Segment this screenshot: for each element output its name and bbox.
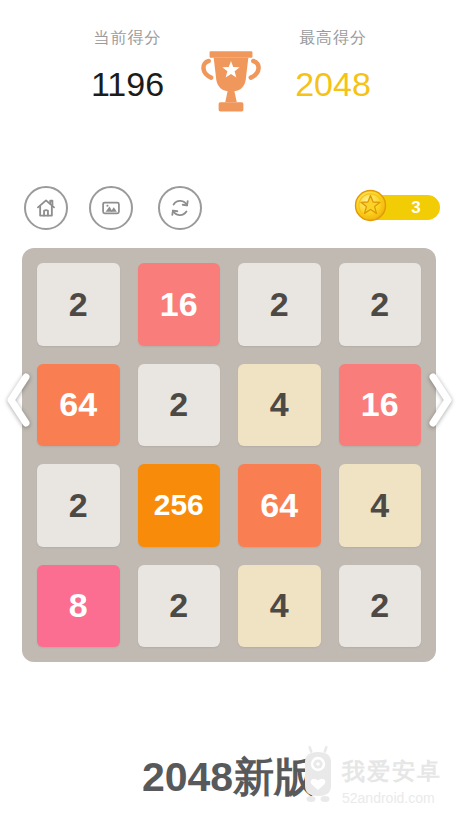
tile-r1c0: 64 (37, 364, 120, 447)
best-score-panel: 最高得分 2048 (258, 28, 408, 104)
next-board-button[interactable] (427, 371, 455, 429)
restart-button[interactable] (158, 186, 202, 230)
refresh-icon (167, 195, 193, 221)
tile-r2c1: 256 (138, 464, 221, 547)
home-button[interactable] (24, 186, 68, 230)
home-icon (33, 195, 59, 221)
tile-r1c3: 16 (339, 364, 422, 447)
current-score-panel: 当前得分 1196 (55, 28, 200, 104)
trophy-icon (198, 47, 264, 123)
watermark: 我爱安卓 52android.com (299, 744, 442, 806)
tile-r2c3: 4 (339, 464, 422, 547)
coin-badge[interactable]: 3 (354, 189, 444, 222)
image-icon (98, 195, 124, 221)
android-mascot-icon (299, 744, 337, 804)
current-score-value: 1196 (55, 65, 200, 104)
tile-r3c2: 4 (238, 565, 321, 648)
current-score-label: 当前得分 (55, 28, 200, 49)
gallery-button[interactable] (89, 186, 133, 230)
tile-r0c0: 2 (37, 263, 120, 346)
tile-r2c0: 2 (37, 464, 120, 547)
tile-r0c2: 2 (238, 263, 321, 346)
best-score-value: 2048 (258, 65, 408, 104)
tile-r3c3: 2 (339, 565, 422, 648)
tile-r1c2: 4 (238, 364, 321, 447)
watermark-site: 52android.com (342, 790, 442, 806)
prev-board-button[interactable] (4, 371, 32, 429)
tile-r3c0: 8 (37, 565, 120, 648)
game-board[interactable]: 2 16 2 2 64 2 4 16 2 256 64 4 8 2 4 2 (22, 248, 436, 662)
best-score-label: 最高得分 (258, 28, 408, 49)
chevron-right-icon (427, 371, 455, 429)
app-screen: 当前得分 1196 最高得分 2048 (0, 0, 457, 817)
watermark-name: 我爱安卓 (342, 756, 442, 787)
tile-r1c1: 2 (138, 364, 221, 447)
tile-r0c3: 2 (339, 263, 422, 346)
tile-r3c1: 2 (138, 565, 221, 648)
star-coin-icon (354, 189, 387, 222)
tile-r0c1: 16 (138, 263, 221, 346)
tile-r2c2: 64 (238, 464, 321, 547)
chevron-left-icon (4, 371, 32, 429)
